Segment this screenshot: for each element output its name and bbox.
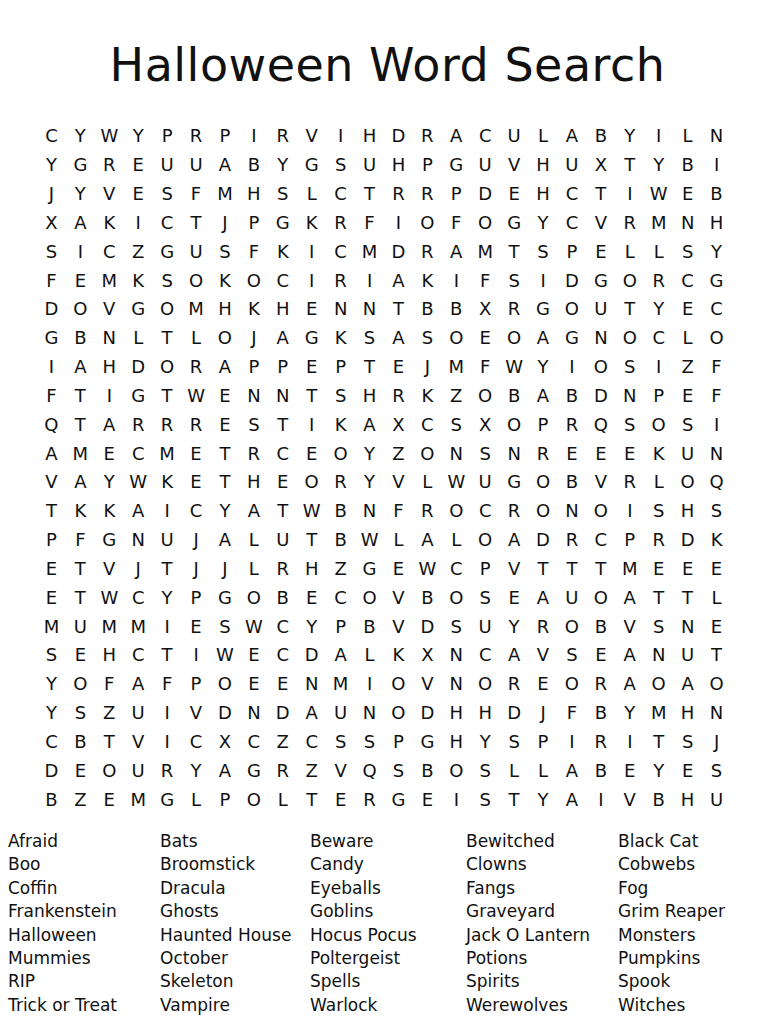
grid-cell-r14c1: T (37, 497, 66, 526)
grid-cell-r7c1: D (37, 295, 66, 324)
grid-cell-r23c12: Q (355, 756, 384, 785)
grid-cell-r13c18: O (529, 468, 558, 497)
grid-cell-r1c18: L (529, 122, 558, 151)
grid-cell-r1c14: R (413, 122, 442, 151)
grid-cell-r23c2: E (66, 756, 95, 785)
grid-cell-r20c20: R (586, 670, 615, 699)
grid-cell-r24c21: V (615, 785, 644, 814)
grid-cell-r22c7: X (210, 728, 239, 757)
grid-cell-r3c13: R (384, 180, 413, 209)
grid-cell-r24c12: R (355, 785, 384, 814)
grid-cell-r2c19: U (557, 151, 586, 180)
grid-cell-r12c9: C (268, 439, 297, 468)
grid-cell-r22c2: B (66, 728, 95, 757)
grid-cell-r19c3: H (95, 641, 124, 670)
grid-cell-r20c7: O (210, 670, 239, 699)
grid-cell-r22c1: C (37, 728, 66, 757)
grid-cell-r9c23: Z (673, 353, 702, 382)
grid-cell-r16c20: T (586, 555, 615, 584)
grid-cell-r10c16: O (471, 382, 500, 411)
grid-cell-r13c14: L (413, 468, 442, 497)
grid-cell-r9c21: S (615, 353, 644, 382)
grid-cell-r13c24: Q (702, 468, 731, 497)
word-list-item: RIP (8, 970, 160, 993)
grid-cell-r19c9: C (268, 641, 297, 670)
grid-cell-r5c23: S (673, 237, 702, 266)
grid-cell-r14c7: Y (210, 497, 239, 526)
grid-cell-r21c7: D (210, 699, 239, 728)
grid-cell-r12c23: U (673, 439, 702, 468)
grid-cell-r16c11: Z (326, 555, 355, 584)
grid-cell-r11c16: X (471, 410, 500, 439)
grid-cell-r12c13: Z (384, 439, 413, 468)
grid-cell-r16c10: H (297, 555, 326, 584)
grid-cell-r11c9: T (268, 410, 297, 439)
word-list-item: Spook (618, 970, 767, 993)
word-list-item: Trick or Treat (8, 994, 160, 1017)
grid-cell-r16c21: M (615, 555, 644, 584)
grid-cell-r9c2: A (66, 353, 95, 382)
grid-cell-r17c7: G (210, 583, 239, 612)
grid-cell-r1c7: P (210, 122, 239, 151)
grid-cell-r6c5: S (153, 266, 182, 295)
grid-cell-r7c17: R (500, 295, 529, 324)
grid-cell-r13c20: V (586, 468, 615, 497)
grid-cell-r19c1: S (37, 641, 66, 670)
grid-cell-r9c19: I (557, 353, 586, 382)
grid-cell-r5c22: L (644, 237, 673, 266)
grid-cell-r12c15: N (442, 439, 471, 468)
grid-cell-r16c8: L (239, 555, 268, 584)
grid-cell-r22c21: I (615, 728, 644, 757)
grid-cell-r6c18: I (529, 266, 558, 295)
grid-cell-r10c20: D (586, 382, 615, 411)
grid-cell-r8c3: N (95, 324, 124, 353)
grid-cell-r2c6: U (182, 151, 211, 180)
grid-cell-r13c2: A (66, 468, 95, 497)
grid-cell-r3c18: H (529, 180, 558, 209)
grid-cell-r11c17: O (500, 410, 529, 439)
grid-cell-r7c5: O (153, 295, 182, 324)
grid-cell-r18c14: D (413, 612, 442, 641)
grid-cell-r20c24: O (702, 670, 731, 699)
grid-cell-r19c10: D (297, 641, 326, 670)
grid-cell-r14c9: T (268, 497, 297, 526)
word-list-item: Beware (310, 830, 466, 853)
grid-cell-r11c12: A (355, 410, 384, 439)
grid-cell-r16c12: G (355, 555, 384, 584)
grid-cell-r14c2: K (66, 497, 95, 526)
grid-cell-r24c4: M (124, 785, 153, 814)
grid-cell-r17c8: O (239, 583, 268, 612)
grid-cell-r3c17: E (500, 180, 529, 209)
grid-cell-r8c2: B (66, 324, 95, 353)
grid-cell-r15c10: T (297, 526, 326, 555)
grid-cell-r21c18: J (529, 699, 558, 728)
grid-cell-r15c22: R (644, 526, 673, 555)
grid-cell-r23c4: U (124, 756, 153, 785)
word-list-item: Graveyard (466, 900, 618, 923)
grid-cell-r22c23: S (673, 728, 702, 757)
grid-cell-r13c10: O (297, 468, 326, 497)
grid-cell-r17c14: B (413, 583, 442, 612)
grid-cell-r14c5: I (153, 497, 182, 526)
grid-cell-r9c7: A (210, 353, 239, 382)
grid-cell-r5c15: A (442, 237, 471, 266)
grid-cell-r1c12: H (355, 122, 384, 151)
grid-cell-r1c19: A (557, 122, 586, 151)
grid-cell-r23c8: G (239, 756, 268, 785)
grid-cell-r14c10: W (297, 497, 326, 526)
grid-cell-r11c10: I (297, 410, 326, 439)
grid-cell-r4c3: K (95, 209, 124, 238)
grid-cell-r5c18: S (529, 237, 558, 266)
grid-cell-r24c23: H (673, 785, 702, 814)
grid-cell-r10c14: K (413, 382, 442, 411)
grid-cell-r10c2: T (66, 382, 95, 411)
grid-cell-r19c20: E (586, 641, 615, 670)
grid-cell-r10c4: G (124, 382, 153, 411)
word-list-item: Boo (8, 853, 160, 876)
grid-cell-r23c7: A (210, 756, 239, 785)
grid-cell-r1c10: V (297, 122, 326, 151)
grid-cell-r4c1: X (37, 209, 66, 238)
grid-cell-r10c5: T (153, 382, 182, 411)
grid-cell-r4c10: K (297, 209, 326, 238)
grid-cell-r12c7: T (210, 439, 239, 468)
grid-cell-r16c3: V (95, 555, 124, 584)
grid-cell-r21c11: U (326, 699, 355, 728)
grid-cell-r19c2: E (66, 641, 95, 670)
grid-cell-r7c12: N (355, 295, 384, 324)
grid-cell-r24c20: I (586, 785, 615, 814)
grid-cell-r19c12: L (355, 641, 384, 670)
grid-cell-r6c14: K (413, 266, 442, 295)
grid-cell-r20c10: N (297, 670, 326, 699)
grid-cell-r16c4: J (124, 555, 153, 584)
word-list-item: Poltergeist (310, 947, 466, 970)
grid-cell-r14c15: O (442, 497, 471, 526)
grid-cell-r16c1: E (37, 555, 66, 584)
grid-cell-r20c5: F (153, 670, 182, 699)
grid-cell-r17c11: C (326, 583, 355, 612)
grid-cell-r23c11: V (326, 756, 355, 785)
grid-cell-r16c17: V (500, 555, 529, 584)
grid-cell-r22c9: Z (268, 728, 297, 757)
grid-cell-r13c21: R (615, 468, 644, 497)
word-list-item: Spells (310, 970, 466, 993)
grid-cell-r5c2: I (66, 237, 95, 266)
grid-cell-r1c3: W (95, 122, 124, 151)
grid-cell-r13c5: K (153, 468, 182, 497)
grid-cell-r14c17: R (500, 497, 529, 526)
grid-cell-r15c15: L (442, 526, 471, 555)
grid-cell-r7c16: X (471, 295, 500, 324)
grid-cell-r22c12: S (355, 728, 384, 757)
grid-cell-r19c22: N (644, 641, 673, 670)
grid-cell-r22c16: Y (471, 728, 500, 757)
grid-cell-r20c6: P (182, 670, 211, 699)
grid-cell-r18c2: U (66, 612, 95, 641)
grid-cell-r23c16: S (471, 756, 500, 785)
grid-cell-r10c9: N (268, 382, 297, 411)
grid-cell-r16c5: T (153, 555, 182, 584)
grid-cell-r9c13: E (384, 353, 413, 382)
grid-cell-r2c8: B (239, 151, 268, 180)
grid-cell-r21c2: S (66, 699, 95, 728)
grid-cell-r7c18: G (529, 295, 558, 324)
word-list-item: Clowns (466, 853, 618, 876)
grid-cell-r8c8: J (239, 324, 268, 353)
grid-cell-r19c14: X (413, 641, 442, 670)
grid-cell-r22c19: I (557, 728, 586, 757)
grid-cell-r13c13: V (384, 468, 413, 497)
grid-cell-r3c3: V (95, 180, 124, 209)
grid-cell-r14c14: R (413, 497, 442, 526)
grid-cell-r12c20: E (586, 439, 615, 468)
grid-cell-r21c8: N (239, 699, 268, 728)
grid-cell-r7c6: M (182, 295, 211, 324)
grid-cell-r5c13: D (384, 237, 413, 266)
grid-cell-r17c3: W (95, 583, 124, 612)
grid-cell-r10c23: E (673, 382, 702, 411)
grid-cell-r8c14: S (413, 324, 442, 353)
grid-cell-r5c21: L (615, 237, 644, 266)
grid-cell-r15c4: N (124, 526, 153, 555)
grid-cell-r9c5: O (153, 353, 182, 382)
grid-cell-r3c11: C (326, 180, 355, 209)
grid-cell-r1c2: Y (66, 122, 95, 151)
grid-cell-r4c5: C (153, 209, 182, 238)
grid-cell-r11c19: R (557, 410, 586, 439)
grid-cell-r15c12: W (355, 526, 384, 555)
grid-cell-r21c14: D (413, 699, 442, 728)
grid-cell-r6c8: O (239, 266, 268, 295)
grid-cell-r15c18: D (529, 526, 558, 555)
grid-cell-r8c16: E (471, 324, 500, 353)
grid-cell-r19c4: C (124, 641, 153, 670)
grid-cell-r16c22: E (644, 555, 673, 584)
grid-cell-r17c2: T (66, 583, 95, 612)
grid-cell-r16c6: J (182, 555, 211, 584)
word-list-item: Pumpkins (618, 947, 767, 970)
grid-cell-r12c3: E (95, 439, 124, 468)
grid-cell-r18c19: O (557, 612, 586, 641)
grid-cell-r21c10: A (297, 699, 326, 728)
grid-cell-r13c8: H (239, 468, 268, 497)
grid-cell-r6c4: K (124, 266, 153, 295)
grid-cell-r4c22: M (644, 209, 673, 238)
word-list-item: Mummies (8, 947, 160, 970)
grid-cell-r6c9: C (268, 266, 297, 295)
grid-cell-r20c15: N (442, 670, 471, 699)
grid-cell-r9c1: I (37, 353, 66, 382)
grid-cell-r24c13: G (384, 785, 413, 814)
grid-cell-r11c24: I (702, 410, 731, 439)
grid-cell-r8c22: C (644, 324, 673, 353)
grid-cell-r24c7: P (210, 785, 239, 814)
grid-cell-r20c8: E (239, 670, 268, 699)
grid-cell-r20c19: O (557, 670, 586, 699)
grid-cell-r15c20: C (586, 526, 615, 555)
grid-cell-r22c14: G (413, 728, 442, 757)
grid-cell-r11c7: E (210, 410, 239, 439)
word-list-item: October (160, 947, 310, 970)
grid-cell-r15c14: A (413, 526, 442, 555)
word-list-item: Hocus Pocus (310, 924, 466, 947)
grid-cell-r20c1: Y (37, 670, 66, 699)
grid-cell-r2c21: T (615, 151, 644, 180)
grid-cell-r22c17: S (500, 728, 529, 757)
grid-cell-r15c7: A (210, 526, 239, 555)
grid-cell-r23c24: S (702, 756, 731, 785)
grid-cell-r2c11: S (326, 151, 355, 180)
grid-cell-r12c12: Y (355, 439, 384, 468)
grid-cell-r7c20: U (586, 295, 615, 324)
grid-cell-r5c16: M (471, 237, 500, 266)
grid-cell-r8c12: S (355, 324, 384, 353)
grid-cell-r12c11: O (326, 439, 355, 468)
grid-cell-r17c4: C (124, 583, 153, 612)
grid-cell-r3c21: I (615, 180, 644, 209)
grid-cell-r22c10: C (297, 728, 326, 757)
grid-cell-r21c24: N (702, 699, 731, 728)
word-list-item: Bewitched (466, 830, 618, 853)
grid-cell-r22c24: J (702, 728, 731, 757)
grid-cell-r2c16: U (471, 151, 500, 180)
grid-cell-r20c9: E (268, 670, 297, 699)
grid-cell-r24c24: U (702, 785, 731, 814)
grid-cell-r2c17: V (500, 151, 529, 180)
grid-cell-r9c20: O (586, 353, 615, 382)
grid-cell-r21c3: Z (95, 699, 124, 728)
grid-cell-r8c19: G (557, 324, 586, 353)
grid-cell-r7c22: Y (644, 295, 673, 324)
grid-cell-r2c12: U (355, 151, 384, 180)
grid-cell-r2c3: R (95, 151, 124, 180)
grid-cell-r2c5: U (153, 151, 182, 180)
grid-cell-r8c24: O (702, 324, 731, 353)
grid-cell-r12c5: M (153, 439, 182, 468)
page-title: Halloween Word Search (0, 38, 775, 92)
grid-cell-r12c17: N (500, 439, 529, 468)
grid-cell-r11c1: Q (37, 410, 66, 439)
grid-cell-r21c1: Y (37, 699, 66, 728)
grid-cell-r24c22: B (644, 785, 673, 814)
grid-cell-r6c21: O (615, 266, 644, 295)
grid-cell-r14c18: O (529, 497, 558, 526)
grid-cell-r1c6: R (182, 122, 211, 151)
grid-cell-r9c11: P (326, 353, 355, 382)
grid-cell-r14c8: A (239, 497, 268, 526)
grid-cell-r14c20: O (586, 497, 615, 526)
grid-cell-r2c1: Y (37, 151, 66, 180)
grid-cell-r1c4: Y (124, 122, 153, 151)
grid-cell-r8c4: L (124, 324, 153, 353)
grid-cell-r16c7: J (210, 555, 239, 584)
grid-cell-r18c23: N (673, 612, 702, 641)
grid-cell-r6c22: R (644, 266, 673, 295)
grid-cell-r10c3: I (95, 382, 124, 411)
grid-cell-r15c8: L (239, 526, 268, 555)
grid-cell-r7c21: T (615, 295, 644, 324)
grid-cell-r21c9: D (268, 699, 297, 728)
word-list-item: Skeleton (160, 970, 310, 993)
grid-cell-r15c2: F (66, 526, 95, 555)
grid-cell-r18c7: S (210, 612, 239, 641)
grid-cell-r11c23: S (673, 410, 702, 439)
grid-cell-r19c17: A (500, 641, 529, 670)
grid-cell-r10c24: F (702, 382, 731, 411)
grid-cell-r24c18: Y (529, 785, 558, 814)
grid-cell-r1c5: P (153, 122, 182, 151)
grid-cell-r4c7: J (210, 209, 239, 238)
grid-cell-r7c23: E (673, 295, 702, 324)
grid-cell-r22c5: I (153, 728, 182, 757)
grid-cell-r23c1: D (37, 756, 66, 785)
grid-cell-r20c11: M (326, 670, 355, 699)
word-list-item: Halloween (8, 924, 160, 947)
grid-cell-r19c24: T (702, 641, 731, 670)
grid-cell-r21c4: U (124, 699, 153, 728)
grid-cell-r12c22: K (644, 439, 673, 468)
grid-cell-r17c24: L (702, 583, 731, 612)
grid-cell-r12c21: E (615, 439, 644, 468)
grid-cell-r12c10: E (297, 439, 326, 468)
grid-cell-r3c23: E (673, 180, 702, 209)
grid-cell-r2c14: P (413, 151, 442, 180)
grid-cell-r18c18: R (529, 612, 558, 641)
grid-cell-r21c21: Y (615, 699, 644, 728)
grid-cell-r6c12: I (355, 266, 384, 295)
grid-cell-r11c13: X (384, 410, 413, 439)
grid-cell-r10c15: Z (442, 382, 471, 411)
word-list-column-1: AfraidBooCoffinFrankensteinHalloweenMumm… (8, 830, 160, 1017)
grid-cell-r12c14: O (413, 439, 442, 468)
grid-cell-r13c23: O (673, 468, 702, 497)
grid-cell-r22c22: T (644, 728, 673, 757)
grid-cell-r23c13: S (384, 756, 413, 785)
grid-cell-r17c6: P (182, 583, 211, 612)
grid-cell-r22c3: T (95, 728, 124, 757)
grid-cell-r9c22: I (644, 353, 673, 382)
grid-cell-r16c18: T (529, 555, 558, 584)
grid-cell-r11c18: P (529, 410, 558, 439)
grid-cell-r11c14: C (413, 410, 442, 439)
grid-cell-r18c12: B (355, 612, 384, 641)
grid-cell-r15c19: R (557, 526, 586, 555)
word-list-item: Spirits (466, 970, 618, 993)
grid-cell-r21c16: H (471, 699, 500, 728)
grid-cell-r10c6: W (182, 382, 211, 411)
word-list-item: Bats (160, 830, 310, 853)
grid-cell-r1c11: I (326, 122, 355, 151)
grid-cell-r9c8: P (239, 353, 268, 382)
grid-cell-r20c2: O (66, 670, 95, 699)
word-list-item: Dracula (160, 877, 310, 900)
grid-cell-r3c12: T (355, 180, 384, 209)
grid-cell-r8c20: N (586, 324, 615, 353)
grid-cell-r7c10: E (297, 295, 326, 324)
grid-cell-r20c13: O (384, 670, 413, 699)
word-list-item: Goblins (310, 900, 466, 923)
grid-cell-r10c22: P (644, 382, 673, 411)
grid-cell-r14c16: C (471, 497, 500, 526)
grid-cell-r14c4: A (124, 497, 153, 526)
grid-cell-r1c24: N (702, 122, 731, 151)
grid-cell-r19c18: V (529, 641, 558, 670)
grid-cell-r17c1: E (37, 583, 66, 612)
